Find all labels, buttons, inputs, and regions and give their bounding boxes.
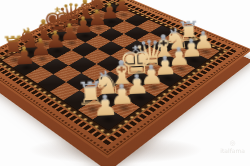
chess-set-photo: ♜♟♜♟♞♟♞♟♝♟♝♟♛♟♛♟♚♟♚♟♝♟♝♟♞♟♞♟♜♟♜♟ ◎ italf…: [0, 0, 250, 166]
chess-board: ♜♟♜♟♞♟♞♟♝♟♝♟♛♟♛♟♚♟♚♟♝♟♝♟♞♟♞♟♜♟♜♟: [0, 0, 250, 158]
watermark-label: italfama: [220, 147, 245, 154]
italfama-logo-icon: ◎: [220, 140, 245, 147]
watermark: ◎ italfama: [220, 140, 245, 155]
pawn-glyph-icon: ♟: [86, 91, 125, 121]
perspective-wrapper: ♜♟♜♟♞♟♞♟♝♟♝♟♛♟♛♟♚♟♚♟♝♟♝♟♞♟♞♟♜♟♜♟: [0, 0, 250, 166]
camera-tilt-wrapper: ♜♟♜♟♞♟♞♟♝♟♝♟♛♟♛♟♚♟♚♟♝♟♝♟♞♟♞♟♜♟♜♟: [0, 0, 250, 166]
leather-apron: ♜♟♜♟♞♟♞♟♝♟♝♟♛♟♛♟♚♟♚♟♝♟♝♟♞♟♞♟♜♟♜♟: [0, 0, 250, 158]
pawn-glyph-icon: ♟: [8, 43, 42, 69]
